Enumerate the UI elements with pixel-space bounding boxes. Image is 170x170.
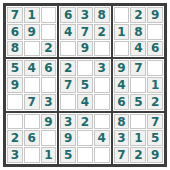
cell-r5c3[interactable]	[41, 77, 57, 93]
cell-r6c3: 3	[41, 94, 57, 110]
cell-r9c6[interactable]	[94, 147, 110, 163]
cell-r4c5[interactable]	[77, 60, 93, 76]
cell-r8c3[interactable]	[41, 130, 57, 146]
cell-r8c2: 6	[24, 130, 40, 146]
cell-r3c7[interactable]	[114, 41, 130, 57]
cell-r6c5: 4	[77, 94, 93, 110]
cell-r2c8: 8	[130, 24, 146, 40]
cell-r8c9: 5	[147, 130, 163, 146]
cell-r7c1[interactable]	[7, 114, 23, 130]
cell-r8c5[interactable]	[77, 130, 93, 146]
cell-r5c8[interactable]	[130, 77, 146, 93]
box-0-0: 716982	[5, 5, 58, 58]
cell-r5c6[interactable]	[94, 77, 110, 93]
cell-r3c5: 9	[77, 41, 93, 57]
cell-r2c6: 2	[94, 24, 110, 40]
cell-r3c8: 4	[130, 41, 146, 57]
cell-r5c5: 5	[77, 77, 93, 93]
cell-r2c4: 4	[60, 24, 76, 40]
cell-r7c3: 9	[41, 114, 57, 130]
cell-r7c8[interactable]	[130, 114, 146, 130]
cell-r3c2[interactable]	[24, 41, 40, 57]
box-0-1: 6384729	[58, 5, 111, 58]
cell-r7c5: 2	[77, 114, 93, 130]
cell-r8c6: 4	[94, 130, 110, 146]
cell-r1c5: 3	[77, 7, 93, 23]
box-0-2: 291846	[112, 5, 165, 58]
cell-r3c4[interactable]	[60, 41, 76, 57]
cell-r1c9: 9	[147, 7, 163, 23]
cell-r1c7[interactable]	[114, 7, 130, 23]
cell-r2c7: 1	[114, 24, 130, 40]
cell-r7c4: 3	[60, 114, 76, 130]
cell-r1c1: 7	[7, 7, 23, 23]
cell-r3c1: 8	[7, 41, 23, 57]
cell-r5c1: 9	[7, 77, 23, 93]
cell-r8c8: 1	[130, 130, 146, 146]
cell-r7c6[interactable]	[94, 114, 110, 130]
cell-r4c3: 6	[41, 60, 57, 76]
cell-r4c4: 2	[60, 60, 76, 76]
cell-r4c2: 4	[24, 60, 40, 76]
cell-r8c4: 9	[60, 130, 76, 146]
cell-r3c3: 2	[41, 41, 57, 57]
cell-r1c3[interactable]	[41, 7, 57, 23]
cell-r9c2[interactable]	[24, 147, 40, 163]
cell-r9c4: 5	[60, 147, 76, 163]
cell-r6c8: 5	[130, 94, 146, 110]
cell-r6c2: 7	[24, 94, 40, 110]
box-2-0: 92631	[5, 112, 58, 165]
cell-r9c7: 7	[114, 147, 130, 163]
page: 7169826384729291846546973237549741652926…	[0, 0, 170, 170]
cell-r4c6: 3	[94, 60, 110, 76]
cell-r6c6[interactable]	[94, 94, 110, 110]
cell-r4c8: 7	[130, 60, 146, 76]
box-1-2: 9741652	[112, 58, 165, 111]
cell-r1c2: 1	[24, 7, 40, 23]
cell-r1c6: 8	[94, 7, 110, 23]
cell-r3c9: 6	[147, 41, 163, 57]
cell-r7c7: 8	[114, 114, 130, 130]
cell-r2c5: 7	[77, 24, 93, 40]
cell-r2c1: 6	[7, 24, 23, 40]
cell-r1c8: 2	[130, 7, 146, 23]
cell-r7c2[interactable]	[24, 114, 40, 130]
cell-r2c2: 9	[24, 24, 40, 40]
cell-r1c4: 6	[60, 7, 76, 23]
cell-r5c4: 7	[60, 77, 76, 93]
cell-r8c1: 2	[7, 130, 23, 146]
cell-r9c3: 1	[41, 147, 57, 163]
cell-r9c5[interactable]	[77, 147, 93, 163]
cell-r7c9: 7	[147, 114, 163, 130]
cell-r5c2[interactable]	[24, 77, 40, 93]
box-2-1: 32945	[58, 112, 111, 165]
cell-r4c1: 5	[7, 60, 23, 76]
sudoku-board: 7169826384729291846546973237549741652926…	[3, 3, 167, 167]
cell-r6c1[interactable]	[7, 94, 23, 110]
cell-r6c7: 6	[114, 94, 130, 110]
cell-r8c7: 3	[114, 130, 130, 146]
cell-r2c3[interactable]	[41, 24, 57, 40]
cell-r9c8: 2	[130, 147, 146, 163]
cell-r6c4[interactable]	[60, 94, 76, 110]
box-2-2: 87315729	[112, 112, 165, 165]
box-1-0: 546973	[5, 58, 58, 111]
cell-r2c9[interactable]	[147, 24, 163, 40]
cell-r5c7: 4	[114, 77, 130, 93]
cell-r9c1: 3	[7, 147, 23, 163]
box-1-1: 23754	[58, 58, 111, 111]
cell-r4c7: 9	[114, 60, 130, 76]
cell-r6c9: 2	[147, 94, 163, 110]
cell-r9c9: 9	[147, 147, 163, 163]
cell-r3c6[interactable]	[94, 41, 110, 57]
cell-r5c9: 1	[147, 77, 163, 93]
cell-r4c9[interactable]	[147, 60, 163, 76]
